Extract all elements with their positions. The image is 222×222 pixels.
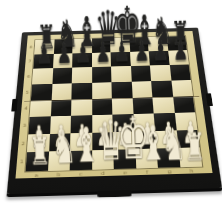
- square-a5[interactable]: [31, 84, 52, 101]
- square-d6[interactable]: [92, 67, 112, 83]
- piece-white-queen[interactable]: ♛: [94, 114, 109, 169]
- piece-white-knight[interactable]: ♞: [51, 126, 66, 170]
- hinge-right: [206, 93, 213, 106]
- piece-white-bishop[interactable]: ♝: [139, 120, 154, 168]
- rank-label-3: 3: [20, 117, 28, 135]
- file-label-c: c: [70, 170, 92, 176]
- square-h6[interactable]: [169, 65, 190, 81]
- square-h7[interactable]: ♟: [168, 50, 189, 65]
- rank-label-2: 2: [19, 134, 27, 152]
- square-c7[interactable]: ♟: [72, 53, 91, 68]
- square-f6[interactable]: [130, 66, 151, 82]
- square-g6[interactable]: [150, 65, 171, 81]
- latch-tab: [97, 190, 132, 198]
- file-label-a: a: [25, 171, 48, 177]
- scene: ♜♞♝♛♚♝♞♜♟♟♟♟♟♟♟♟♟♟♟♟♟♟♟♟♜♞♝♛♚♝♞♜ abcdefg…: [0, 0, 222, 222]
- piece-white-knight[interactable]: ♞: [161, 122, 176, 166]
- square-h5[interactable]: [171, 80, 193, 96]
- board-surface: ♜♞♝♛♚♝♞♜♟♟♟♟♟♟♟♟♟♟♟♟♟♟♟♟♜♞♝♛♚♝♞♜ abcdefg…: [15, 31, 212, 178]
- square-e5[interactable]: [111, 82, 132, 98]
- chess-board: ♜♞♝♛♚♝♞♜♟♟♟♟♟♟♟♟♟♟♟♟♟♟♟♟♜♞♝♛♚♝♞♜ abcdefg…: [7, 28, 222, 195]
- square-b4[interactable]: [50, 99, 71, 116]
- hinge-left: [11, 99, 18, 112]
- square-c6[interactable]: [72, 67, 92, 83]
- file-label-f: f: [136, 168, 159, 174]
- square-b7[interactable]: ♟: [53, 53, 73, 68]
- board-grid: ♜♞♝♛♚♝♞♜♟♟♟♟♟♟♟♟♟♟♟♟♟♟♟♟♜♞♝♛♚♝♞♜: [26, 36, 203, 172]
- rank-label-8: 8: [27, 40, 34, 54]
- piece-black-pawn[interactable]: ♟: [153, 37, 166, 65]
- square-e6[interactable]: [111, 66, 131, 82]
- piece-white-bishop[interactable]: ♝: [73, 121, 88, 169]
- piece-black-pawn[interactable]: ♟: [36, 41, 49, 69]
- file-label-e: e: [114, 169, 136, 175]
- piece-white-rook[interactable]: ♜: [183, 128, 198, 167]
- square-g7[interactable]: ♟: [149, 51, 170, 66]
- piece-black-pawn[interactable]: ♟: [172, 37, 185, 65]
- square-b1[interactable]: ♞: [48, 151, 71, 171]
- piece-black-pawn[interactable]: ♟: [114, 39, 127, 67]
- file-label-d: d: [92, 170, 114, 176]
- rank-label-5: 5: [23, 84, 31, 100]
- square-f7[interactable]: ♟: [130, 51, 150, 66]
- square-a7[interactable]: ♟: [33, 54, 53, 69]
- square-d5[interactable]: [92, 82, 112, 99]
- piece-white-king[interactable]: ♚: [116, 109, 131, 168]
- piece-black-pawn[interactable]: ♟: [75, 40, 88, 68]
- piece-black-pawn[interactable]: ♟: [95, 39, 108, 67]
- rank-label-7: 7: [26, 54, 33, 69]
- file-label-b: b: [47, 171, 69, 177]
- square-b5[interactable]: [51, 83, 72, 100]
- file-label-g: g: [158, 168, 181, 174]
- square-c4[interactable]: [71, 99, 92, 116]
- square-d7[interactable]: ♟: [92, 52, 111, 67]
- file-label-h: h: [180, 167, 203, 173]
- square-c1[interactable]: ♝: [70, 151, 92, 171]
- piece-white-rook[interactable]: ♜: [29, 132, 44, 171]
- piece-black-pawn[interactable]: ♟: [133, 38, 146, 66]
- square-g4[interactable]: [152, 96, 174, 113]
- square-b6[interactable]: [52, 68, 72, 84]
- square-c5[interactable]: [71, 83, 91, 100]
- rank-label-4: 4: [22, 100, 30, 117]
- square-g5[interactable]: [151, 81, 172, 97]
- rank-label-1: 1: [17, 153, 26, 172]
- square-f5[interactable]: [131, 81, 152, 97]
- square-a1[interactable]: ♜: [26, 152, 49, 172]
- square-h4[interactable]: [173, 96, 195, 113]
- piece-black-pawn[interactable]: ♟: [56, 40, 69, 68]
- rank-label-6: 6: [25, 69, 33, 85]
- square-a4[interactable]: [30, 100, 51, 117]
- square-a6[interactable]: [32, 68, 53, 84]
- square-e7[interactable]: ♟: [111, 52, 131, 67]
